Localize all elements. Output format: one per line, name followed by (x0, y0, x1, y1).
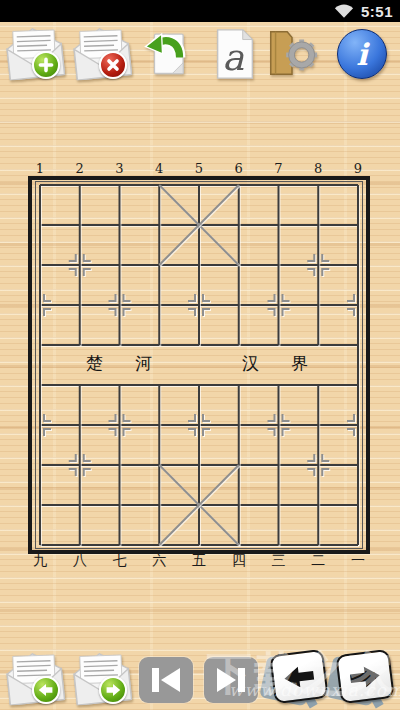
board-intersections (20, 163, 378, 567)
intersection-1-3[interactable] (20, 244, 60, 284)
intersection-4-3[interactable] (139, 244, 179, 284)
intersection-6-4[interactable] (219, 284, 259, 324)
intersection-8-10[interactable] (298, 527, 338, 567)
next-message-button[interactable] (72, 650, 134, 708)
intersection-8-2[interactable] (298, 203, 338, 243)
intersection-2-1[interactable] (60, 163, 100, 203)
intersection-8-6[interactable] (298, 365, 338, 405)
intersection-1-2[interactable] (20, 203, 60, 243)
intersection-3-8[interactable] (100, 446, 140, 486)
intersection-3-6[interactable] (100, 365, 140, 405)
add-message-button[interactable] (5, 25, 67, 83)
intersection-8-7[interactable] (298, 405, 338, 445)
intersection-1-8[interactable] (20, 446, 60, 486)
intersection-3-3[interactable] (100, 244, 140, 284)
intersection-9-6[interactable] (338, 365, 378, 405)
intersection-7-6[interactable] (259, 365, 299, 405)
intersection-7-4[interactable] (259, 284, 299, 324)
step-forward-button[interactable] (329, 650, 393, 708)
intersection-2-3[interactable] (60, 244, 100, 284)
intersection-6-8[interactable] (219, 446, 259, 486)
intersection-9-4[interactable] (338, 284, 378, 324)
intersection-6-5[interactable] (219, 325, 259, 365)
delete-message-button[interactable] (72, 25, 134, 83)
intersection-9-10[interactable] (338, 527, 378, 567)
arrow-left-badge-icon (32, 676, 60, 704)
page-letter-icon: a (209, 26, 261, 82)
intersection-7-7[interactable] (259, 405, 299, 445)
intersection-3-5[interactable] (100, 325, 140, 365)
intersection-7-2[interactable] (259, 203, 299, 243)
intersection-6-2[interactable] (219, 203, 259, 243)
intersection-3-7[interactable] (100, 405, 140, 445)
intersection-4-2[interactable] (139, 203, 179, 243)
intersection-1-1[interactable] (20, 163, 60, 203)
intersection-2-2[interactable] (60, 203, 100, 243)
intersection-2-9[interactable] (60, 486, 100, 526)
arrow-right-badge-icon (99, 676, 127, 704)
xiangqi-app-screen: 5:51 a (0, 0, 400, 710)
arrow-back-icon (269, 649, 329, 704)
intersection-9-7[interactable] (338, 405, 378, 445)
intersection-2-8[interactable] (60, 446, 100, 486)
intersection-5-9[interactable] (179, 486, 219, 526)
intersection-2-7[interactable] (60, 405, 100, 445)
intersection-6-7[interactable] (219, 405, 259, 445)
intersection-9-5[interactable] (338, 325, 378, 365)
previous-message-button[interactable] (5, 650, 67, 708)
intersection-9-3[interactable] (338, 244, 378, 284)
wifi-icon (334, 4, 354, 19)
info-icon: i (356, 37, 367, 72)
status-time: 5:51 (361, 3, 393, 20)
intersection-9-1[interactable] (338, 163, 378, 203)
step-back-button[interactable] (263, 650, 327, 708)
intersection-3-1[interactable] (100, 163, 140, 203)
skip-start-icon (139, 657, 193, 703)
intersection-9-9[interactable] (338, 486, 378, 526)
intersection-3-10[interactable] (100, 527, 140, 567)
intersection-3-4[interactable] (100, 284, 140, 324)
intersection-1-4[interactable] (20, 284, 60, 324)
intersection-6-10[interactable] (219, 527, 259, 567)
intersection-6-6[interactable] (219, 365, 259, 405)
page-undo-icon (141, 24, 193, 80)
intersection-3-9[interactable] (100, 486, 140, 526)
intersection-2-4[interactable] (60, 284, 100, 324)
intersection-9-2[interactable] (338, 203, 378, 243)
intersection-6-9[interactable] (219, 486, 259, 526)
intersection-1-7[interactable] (20, 405, 60, 445)
intersection-8-4[interactable] (298, 284, 338, 324)
intersection-1-5[interactable] (20, 325, 60, 365)
intersection-5-4[interactable] (179, 284, 219, 324)
intersection-8-8[interactable] (298, 446, 338, 486)
skip-end-icon (204, 657, 258, 703)
intersection-5-5[interactable] (179, 325, 219, 365)
intersection-6-1[interactable] (219, 163, 259, 203)
cross-badge-icon (99, 51, 127, 79)
intersection-8-5[interactable] (298, 325, 338, 365)
intersection-5-7[interactable] (179, 405, 219, 445)
intersection-8-3[interactable] (298, 244, 338, 284)
intersection-5-8[interactable] (179, 446, 219, 486)
undo-button[interactable] (141, 24, 193, 80)
intersection-3-2[interactable] (100, 203, 140, 243)
skip-to-start-button[interactable] (139, 657, 193, 703)
intersection-8-1[interactable] (298, 163, 338, 203)
intersection-4-6[interactable] (139, 365, 179, 405)
intersection-5-3[interactable] (179, 244, 219, 284)
intersection-4-1[interactable] (139, 163, 179, 203)
status-bar: 5:51 (0, 0, 400, 22)
plus-badge-icon (32, 51, 60, 79)
folder-gear-icon (262, 25, 322, 81)
intersection-7-9[interactable] (259, 486, 299, 526)
intersection-4-7[interactable] (139, 405, 179, 445)
intersection-1-6[interactable] (20, 365, 60, 405)
intersection-9-8[interactable] (338, 446, 378, 486)
skip-to-end-button[interactable] (204, 657, 258, 703)
intersection-4-5[interactable] (139, 325, 179, 365)
intersection-7-10[interactable] (259, 527, 299, 567)
intersection-7-1[interactable] (259, 163, 299, 203)
svg-text:a: a (222, 36, 244, 79)
intersection-8-9[interactable] (298, 486, 338, 526)
intersection-1-9[interactable] (20, 486, 60, 526)
intersection-7-5[interactable] (259, 325, 299, 365)
intersection-2-6[interactable] (60, 365, 100, 405)
intersection-2-10[interactable] (60, 527, 100, 567)
intersection-4-10[interactable] (139, 527, 179, 567)
intersection-1-10[interactable] (20, 527, 60, 567)
arrow-forward-icon (335, 649, 395, 704)
intersection-2-5[interactable] (60, 325, 100, 365)
intersection-7-3[interactable] (259, 244, 299, 284)
intersection-4-9[interactable] (139, 486, 179, 526)
about-button[interactable]: i (337, 29, 387, 79)
intersection-5-10[interactable] (179, 527, 219, 567)
intersection-7-8[interactable] (259, 446, 299, 486)
intersection-5-2[interactable] (179, 203, 219, 243)
intersection-5-6[interactable] (179, 365, 219, 405)
intersection-4-8[interactable] (139, 446, 179, 486)
font-setting-button[interactable]: a (209, 26, 261, 82)
intersection-5-1[interactable] (179, 163, 219, 203)
intersection-6-3[interactable] (219, 244, 259, 284)
settings-button[interactable] (262, 25, 322, 81)
intersection-4-4[interactable] (139, 284, 179, 324)
